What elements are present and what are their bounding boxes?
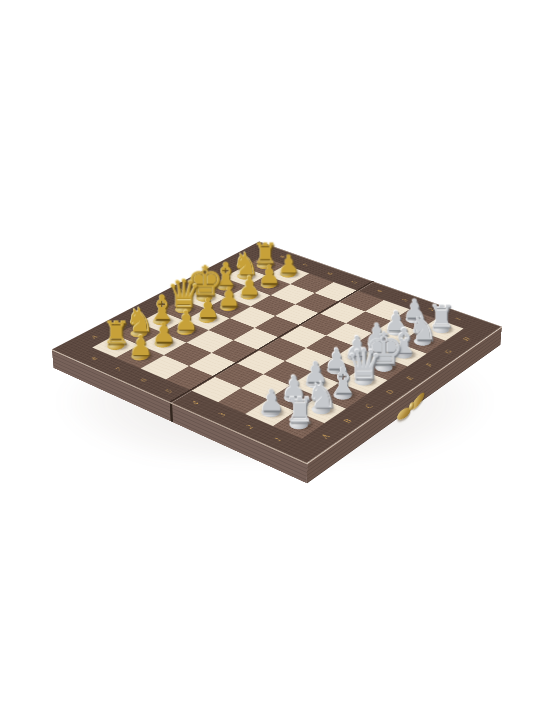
board-top-surface: ♜♞♝♛♚♝♞♜♟♟♟♟♟♟♟♟♟♟♟♟♟♟♟♟♜♞♝♛♚♝♞♜ 11AA22B…: [52, 242, 502, 464]
piece-gold-pawn-a7: ♟: [128, 331, 153, 359]
piece-gold-pawn-e7: ♟: [217, 284, 240, 310]
photo-scene: ♜♞♝♛♚♝♞♜♟♟♟♟♟♟♟♟♟♟♟♟♟♟♟♟♜♞♝♛♚♝♞♜ 11AA22B…: [0, 0, 540, 720]
fold-seam-side: [170, 403, 173, 422]
square-e4: [280, 326, 326, 348]
piece-gold-pawn-d7: ♟: [195, 295, 219, 321]
piece-gold-pawn-c7: ♟: [173, 307, 197, 334]
chess-board: ♜♞♝♛♚♝♞♜♟♟♟♟♟♟♟♟♟♟♟♟♟♟♟♟♜♞♝♛♚♝♞♜ 11AA22B…: [52, 242, 502, 464]
product-photo: ♜♞♝♛♚♝♞♜♟♟♟♟♟♟♟♟♟♟♟♟♟♟♟♟♜♞♝♛♚♝♞♜ 11AA22B…: [0, 0, 540, 720]
piece-gold-pawn-f7: ♟: [237, 273, 260, 299]
piece-gold-rook-a8: ♜: [102, 317, 130, 348]
piece-silver-pawn-a2: ♟: [257, 386, 283, 415]
piece-gold-pawn-b7: ♟: [151, 319, 175, 346]
piece-silver-rook-a1: ♜: [283, 393, 314, 427]
